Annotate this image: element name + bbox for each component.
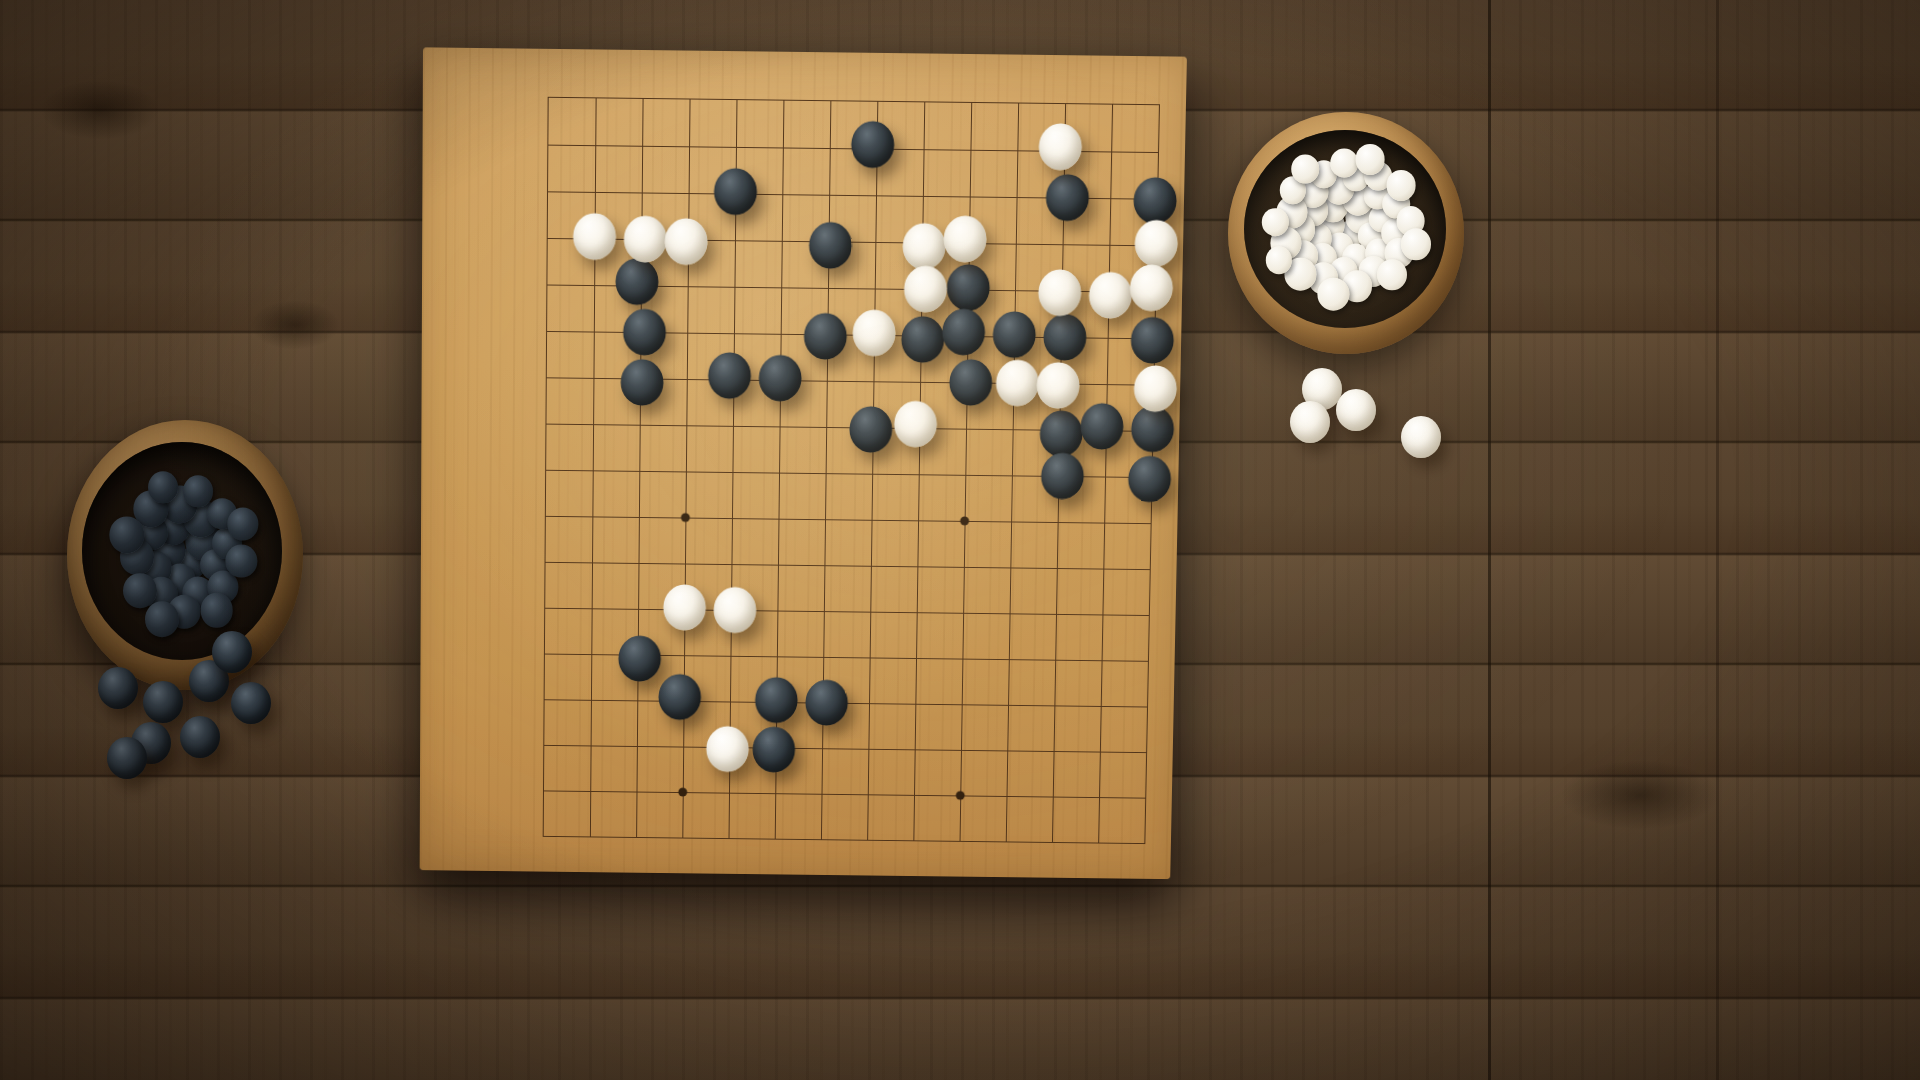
grid-cell (778, 519, 826, 567)
grid-cell (682, 792, 730, 839)
grid-cell (544, 790, 592, 837)
black-bowl-stone (145, 601, 179, 637)
white-bowl-stone (1262, 208, 1288, 236)
grid-cell (729, 793, 777, 840)
grid-cell (685, 471, 733, 519)
grid-cell (970, 150, 1019, 198)
grid-cell (871, 520, 919, 568)
grid-cell (870, 566, 918, 613)
grid-cell (1054, 660, 1102, 707)
grid-cell (869, 657, 917, 704)
grid-cell (546, 424, 594, 472)
wood-knot (1560, 760, 1720, 830)
grid-cell (872, 474, 920, 522)
grid-cell (1103, 523, 1151, 571)
grid-cell (591, 700, 639, 747)
white-bowl-stone (1330, 148, 1358, 177)
grid-cell (779, 426, 827, 474)
grid-cell (868, 703, 916, 750)
grid-cell (923, 149, 972, 197)
white-stone (1134, 365, 1178, 412)
white-stone-bowl (1228, 112, 1464, 354)
grid-cell (546, 470, 594, 518)
grid-cell (917, 520, 965, 568)
grid-cell (1010, 567, 1058, 614)
grid-cell (685, 518, 733, 566)
white-bowl-stone (1291, 155, 1319, 184)
grid-cell (1100, 706, 1148, 753)
black-stone (1133, 177, 1177, 224)
black-stone (1131, 317, 1175, 364)
grid-cell (1098, 797, 1146, 844)
star-point (678, 788, 687, 797)
grid-cell (917, 566, 965, 613)
grid-cell (734, 240, 782, 288)
grid-cell (638, 517, 686, 565)
black-bowl-stone (123, 573, 157, 609)
white-bowl-stone (1401, 229, 1431, 261)
grid-cell (1009, 613, 1057, 660)
grid-cell (1055, 614, 1103, 661)
grid-cell (687, 286, 735, 334)
black-bowl-stone (183, 476, 213, 507)
grid-cell (1052, 797, 1100, 844)
grid-cell (965, 429, 1013, 477)
grid-cell (960, 750, 1008, 797)
grid-cell (736, 100, 784, 148)
black-bowl-stone (200, 593, 233, 627)
grid-cell (870, 612, 918, 659)
board-grid[interactable] (543, 97, 1160, 844)
grid-cell (545, 562, 593, 609)
black-stone (623, 309, 666, 356)
grid-cell (783, 101, 832, 149)
spilled-black-stone (107, 737, 147, 779)
grid-cell (546, 377, 594, 425)
grid-cell (592, 562, 640, 609)
white-stone (624, 216, 667, 263)
black-stone (1131, 406, 1175, 453)
grid-cell (824, 519, 872, 567)
grid-cell (962, 613, 1010, 660)
grid-cell (825, 473, 873, 521)
grid-cell (547, 331, 595, 379)
grid-cell (636, 792, 684, 839)
grid-cell (962, 659, 1010, 706)
grid-cell (545, 654, 593, 701)
white-stone (665, 218, 708, 265)
grid-cell (642, 99, 690, 147)
grid-cell (868, 749, 916, 796)
grid-cell (732, 472, 780, 520)
grid-cell (595, 98, 643, 146)
grid-cell (590, 745, 638, 792)
grid-cell (867, 794, 915, 841)
white-stone (1130, 264, 1174, 311)
grid-cell (1006, 796, 1054, 843)
scene: { "game": "go", "description": "Overhead… (0, 0, 1920, 1080)
spilled-white-stone (1336, 389, 1376, 431)
grid-cell (592, 470, 640, 518)
grid-cell (639, 425, 687, 473)
white-stone (1134, 220, 1178, 267)
grid-cell (1053, 751, 1101, 798)
grid-cell (782, 147, 830, 195)
grid-cell (924, 102, 973, 150)
black-bowl-stone (227, 508, 258, 541)
spilled-white-stone (1401, 416, 1441, 458)
grid-cell (1054, 705, 1102, 752)
grid-cell (544, 745, 592, 792)
black-stone-bowl (67, 420, 303, 690)
black-bowl-stone (148, 471, 178, 502)
white-bowl-stone (1386, 170, 1415, 200)
black-stone (621, 359, 664, 406)
grid-cell (824, 565, 872, 612)
grid-cell (592, 516, 640, 564)
black-bowl-stone (226, 545, 257, 578)
spilled-black-stone (98, 667, 138, 709)
grid-cell (548, 98, 596, 146)
grid-cell (548, 145, 596, 193)
spilled-black-stone (231, 682, 271, 724)
grid-cell (1010, 521, 1058, 569)
grid-cell (970, 103, 1019, 151)
black-stone (658, 674, 701, 720)
grid-cell (1099, 752, 1147, 799)
grid-cell (915, 658, 963, 705)
grid-cell (964, 521, 1012, 569)
white-bowl-stone (1318, 278, 1349, 311)
table-plank-seam (1488, 0, 1491, 1080)
go-board[interactable] (420, 47, 1187, 879)
table-plank-seam (1716, 0, 1719, 1080)
grid-cell (961, 704, 1009, 751)
grid-cell (734, 287, 782, 335)
grid-cell (686, 425, 734, 473)
wood-knot (250, 300, 340, 350)
grid-cell (823, 611, 871, 658)
spilled-white-stone (1290, 401, 1330, 443)
white-bowl-stone (1356, 144, 1385, 174)
grid-cell (1101, 660, 1149, 707)
black-bowl-stones (82, 442, 282, 660)
grid-cell (914, 749, 962, 796)
grid-cell (1008, 659, 1056, 706)
grid-cell (731, 518, 779, 566)
grid-cell (642, 146, 690, 194)
grid-cell (590, 791, 638, 838)
grid-cell (916, 612, 964, 659)
wood-knot (40, 80, 160, 140)
star-point (681, 513, 690, 522)
grid-cell (547, 285, 595, 333)
grid-cell (732, 426, 780, 474)
grid-cell (918, 474, 966, 522)
star-point (956, 791, 965, 800)
grid-cell (913, 795, 961, 842)
grid-cell (1007, 705, 1055, 752)
grid-cell (595, 145, 643, 193)
white-bowl-stone (1266, 247, 1292, 275)
black-stone (615, 258, 658, 305)
grid-cell (777, 565, 825, 612)
grid-cell (1056, 568, 1104, 615)
grid-cell (960, 795, 1008, 842)
grid-cell (822, 748, 870, 795)
grid-cell (544, 699, 592, 746)
grid-cell (777, 611, 825, 658)
grid-cell (593, 424, 641, 472)
grid-cell (1007, 750, 1055, 797)
grid-cell (639, 471, 687, 519)
black-stone (1128, 456, 1172, 503)
grid-cell (546, 516, 594, 564)
white-bowl-stone (1377, 259, 1407, 291)
star-point (960, 516, 969, 525)
grid-cell (1102, 569, 1150, 616)
grid-cell (1111, 105, 1160, 153)
white-bowl-stones (1244, 130, 1446, 328)
white-stone (663, 584, 706, 630)
grid-cell (1057, 522, 1105, 570)
grid-cell (821, 794, 869, 841)
grid-cell (775, 793, 823, 840)
grid-cell (689, 100, 737, 148)
spilled-black-stone (180, 716, 220, 758)
grid-cell (636, 746, 684, 793)
black-stone (618, 635, 661, 681)
spilled-black-stone (143, 681, 183, 723)
grid-cell (545, 608, 593, 655)
spilled-black-stone (212, 631, 252, 673)
grid-cell (1102, 614, 1150, 661)
grid-cell (965, 475, 1013, 523)
grid-cell (963, 567, 1011, 614)
grid-cell (915, 704, 963, 751)
grid-cell (778, 473, 826, 521)
white-stone (573, 213, 616, 260)
